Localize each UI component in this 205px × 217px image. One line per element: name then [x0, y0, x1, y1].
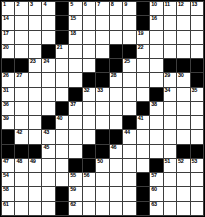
clue-number-14: 14 — [3, 16, 9, 22]
cell-r5c4[interactable]: 24 — [42, 59, 54, 72]
block-cell-r5c2 — [15, 59, 27, 72]
block-cell-r9c4 — [42, 116, 54, 129]
cell-r6c14[interactable]: 30 — [177, 73, 189, 86]
cell-r3c15[interactable] — [191, 31, 203, 44]
cell-r3c2[interactable] — [15, 31, 27, 44]
clue-number-40: 40 — [57, 116, 63, 122]
cell-r9c9[interactable] — [110, 116, 122, 129]
cell-r12c10[interactable] — [123, 159, 135, 172]
cell-r7c7[interactable]: 32 — [83, 88, 95, 101]
block-cell-r5c9 — [110, 59, 122, 72]
cell-r1c10[interactable]: 9 — [123, 2, 135, 15]
cell-r3c12[interactable] — [150, 31, 162, 44]
clue-number-55: 55 — [70, 173, 76, 179]
clue-number-54: 54 — [3, 173, 9, 179]
block-cell-r7c6 — [69, 88, 81, 101]
cell-r15c4[interactable] — [42, 202, 54, 215]
cell-r12c11[interactable] — [137, 159, 149, 172]
clue-number-18: 18 — [70, 31, 76, 37]
clue-number-6: 6 — [84, 2, 87, 8]
cell-r4c14[interactable] — [177, 45, 189, 58]
cell-r10c4[interactable]: 43 — [42, 130, 54, 143]
cell-r8c13[interactable] — [164, 102, 176, 115]
cell-r11c9[interactable]: 46 — [110, 145, 122, 158]
cell-r14c9[interactable] — [110, 187, 122, 200]
cell-r11c12[interactable] — [150, 145, 162, 158]
clue-number-41: 41 — [138, 116, 144, 122]
block-cell-r6c7 — [83, 73, 95, 86]
block-cell-r2c11 — [137, 16, 149, 29]
clue-number-7: 7 — [97, 2, 100, 8]
cell-r8c7[interactable] — [83, 102, 95, 115]
cell-r9c3[interactable] — [29, 116, 41, 129]
cell-r12c8[interactable]: 50 — [96, 159, 108, 172]
cell-r4c12[interactable] — [150, 45, 162, 58]
block-cell-r1c5 — [56, 2, 68, 15]
cell-r10c13[interactable] — [164, 130, 176, 143]
cell-r12c1[interactable]: 47 — [2, 159, 14, 172]
cell-r7c15[interactable]: 35 — [191, 88, 203, 101]
cell-r12c2[interactable]: 48 — [15, 159, 27, 172]
cell-r5c3[interactable]: 23 — [29, 59, 41, 72]
cell-r14c14[interactable] — [177, 187, 189, 200]
cell-r2c13[interactable] — [164, 16, 176, 29]
clue-number-45: 45 — [43, 145, 49, 151]
block-cell-r12c7 — [83, 159, 95, 172]
cell-r14c15[interactable] — [191, 187, 203, 200]
cell-r10c12[interactable] — [150, 130, 162, 143]
cell-r10c15[interactable] — [191, 130, 203, 143]
clue-number-31: 31 — [3, 88, 9, 94]
clue-number-35: 35 — [192, 88, 198, 94]
cell-r9c14[interactable] — [177, 116, 189, 129]
cell-r1c2[interactable]: 2 — [15, 2, 27, 15]
block-cell-r5c15 — [191, 59, 203, 72]
cell-r4c5[interactable]: 21 — [56, 45, 68, 58]
cell-r9c5[interactable]: 40 — [56, 116, 68, 129]
block-cell-r9c10 — [123, 116, 135, 129]
cell-r13c5[interactable] — [56, 173, 68, 186]
cell-r1c13[interactable]: 11 — [164, 2, 176, 15]
block-cell-r11c7 — [83, 145, 95, 158]
cell-r8c6[interactable]: 37 — [69, 102, 81, 115]
cell-r2c8[interactable] — [96, 16, 108, 29]
clue-number-33: 33 — [97, 88, 103, 94]
clue-number-50: 50 — [97, 159, 103, 165]
cell-r13c12[interactable]: 57 — [150, 173, 162, 186]
cell-r12c5[interactable] — [56, 159, 68, 172]
clue-number-43: 43 — [43, 130, 49, 136]
clue-number-22: 22 — [138, 45, 144, 51]
block-cell-r15c5 — [56, 202, 68, 215]
cell-r5c5[interactable] — [56, 59, 68, 72]
cell-r13c13[interactable] — [164, 173, 176, 186]
cell-r4c11[interactable]: 22 — [137, 45, 149, 58]
clue-number-8: 8 — [111, 2, 114, 8]
cell-r8c2[interactable] — [15, 102, 27, 115]
block-cell-r11c2 — [15, 145, 27, 158]
cell-r5c10[interactable]: 25 — [123, 59, 135, 72]
cell-r13c3[interactable] — [29, 173, 41, 186]
cell-r13c8[interactable] — [96, 173, 108, 186]
clue-number-44: 44 — [124, 130, 130, 136]
clue-number-32: 32 — [84, 88, 90, 94]
cell-r11c13[interactable] — [164, 145, 176, 158]
cell-r4c13[interactable] — [164, 45, 176, 58]
clue-number-19: 19 — [138, 31, 144, 37]
clue-number-48: 48 — [16, 159, 22, 165]
cell-r7c10[interactable] — [123, 88, 135, 101]
block-cell-r11c8 — [96, 145, 108, 158]
cell-r13c2[interactable] — [15, 173, 27, 186]
cell-r1c4[interactable]: 4 — [42, 2, 54, 15]
cell-r14c2[interactable] — [15, 187, 27, 200]
cell-r14c6[interactable]: 59 — [69, 187, 81, 200]
clue-number-38: 38 — [151, 102, 157, 108]
cell-r5c6[interactable] — [69, 59, 81, 72]
cell-r1c9[interactable]: 8 — [110, 2, 122, 15]
clue-number-59: 59 — [70, 187, 76, 193]
cell-r6c1[interactable]: 26 — [2, 73, 14, 86]
cell-r13c15[interactable] — [191, 173, 203, 186]
clue-number-51: 51 — [165, 159, 171, 165]
clue-number-47: 47 — [3, 159, 9, 165]
cell-r4c6[interactable] — [69, 45, 81, 58]
cell-r7c1[interactable]: 31 — [2, 88, 14, 101]
cell-r15c12[interactable]: 63 — [150, 202, 162, 215]
clue-number-13: 13 — [192, 2, 198, 8]
clue-number-56: 56 — [84, 173, 90, 179]
clue-number-52: 52 — [178, 159, 184, 165]
cell-r3c10[interactable] — [123, 31, 135, 44]
cell-r15c9[interactable] — [110, 202, 122, 215]
cell-r15c8[interactable] — [96, 202, 108, 215]
cell-r4c3[interactable] — [29, 45, 41, 58]
cell-r12c14[interactable]: 52 — [177, 159, 189, 172]
cell-r3c8[interactable] — [96, 31, 108, 44]
block-cell-r4c4 — [42, 45, 54, 58]
block-cell-r4c9 — [110, 45, 122, 58]
cell-r10c14[interactable] — [177, 130, 189, 143]
cell-r7c11[interactable] — [137, 88, 149, 101]
block-cell-r12c12 — [150, 159, 162, 172]
cell-r4c15[interactable] — [191, 45, 203, 58]
cell-r1c7[interactable]: 6 — [83, 2, 95, 15]
block-cell-r14c11 — [137, 187, 149, 200]
block-cell-r8c11 — [137, 102, 149, 115]
clue-number-16: 16 — [151, 16, 157, 22]
clue-number-20: 20 — [3, 45, 9, 51]
cell-r8c3[interactable] — [29, 102, 41, 115]
cell-r5c7[interactable] — [83, 59, 95, 72]
clue-number-42: 42 — [16, 130, 22, 136]
clue-number-25: 25 — [124, 59, 130, 65]
clue-number-36: 36 — [3, 102, 9, 108]
cell-r13c1[interactable]: 54 — [2, 173, 14, 186]
cell-r6c13[interactable]: 29 — [164, 73, 176, 86]
clue-number-49: 49 — [30, 159, 36, 165]
clue-number-26: 26 — [3, 73, 9, 79]
clue-number-15: 15 — [70, 16, 76, 22]
clue-number-58: 58 — [3, 187, 9, 193]
cell-r10c3[interactable] — [29, 130, 41, 143]
clue-number-46: 46 — [111, 145, 117, 151]
cell-r1c14[interactable]: 12 — [177, 2, 189, 15]
clue-number-5: 5 — [70, 2, 73, 8]
block-cell-r8c5 — [56, 102, 68, 115]
cell-r1c8[interactable]: 7 — [96, 2, 108, 15]
cell-r7c3[interactable] — [29, 88, 41, 101]
clue-number-61: 61 — [3, 202, 9, 208]
cell-r12c15[interactable]: 53 — [191, 159, 203, 172]
cell-r8c9[interactable] — [110, 102, 122, 115]
clue-number-11: 11 — [165, 2, 170, 8]
cell-r9c2[interactable] — [15, 116, 27, 129]
cell-r5c12[interactable] — [150, 59, 162, 72]
cell-r4c1[interactable]: 20 — [2, 45, 14, 58]
cell-r8c15[interactable] — [191, 102, 203, 115]
cell-r3c14[interactable] — [177, 31, 189, 44]
block-cell-r7c12 — [150, 88, 162, 101]
crossword-board: 1234567891011121314151617181920212223242… — [0, 0, 205, 217]
cell-r4c8[interactable] — [96, 45, 108, 58]
cell-r9c1[interactable]: 39 — [2, 116, 14, 129]
clue-number-10: 10 — [151, 2, 157, 8]
cell-r11c6[interactable] — [69, 145, 81, 158]
cell-r13c7[interactable]: 56 — [83, 173, 95, 186]
cell-r3c3[interactable] — [29, 31, 41, 44]
clue-number-34: 34 — [165, 88, 171, 94]
block-cell-r11c3 — [29, 145, 41, 158]
cell-r9c15[interactable] — [191, 116, 203, 129]
cell-r8c1[interactable]: 36 — [2, 102, 14, 115]
cell-r15c10[interactable] — [123, 202, 135, 215]
clue-number-28: 28 — [111, 73, 117, 79]
clue-number-62: 62 — [70, 202, 76, 208]
cell-r14c4[interactable] — [42, 187, 54, 200]
cell-r10c5[interactable] — [56, 130, 68, 143]
cell-r12c9[interactable] — [110, 159, 122, 172]
block-cell-r10c9 — [110, 130, 122, 143]
cell-r2c3[interactable] — [29, 16, 41, 29]
cell-r9c12[interactable] — [150, 116, 162, 129]
clue-number-4: 4 — [43, 2, 46, 8]
block-cell-r3c5 — [56, 31, 68, 44]
cell-r7c9[interactable] — [110, 88, 122, 101]
cell-r6c9[interactable]: 28 — [110, 73, 122, 86]
clue-number-57: 57 — [151, 173, 157, 179]
cell-r1c6[interactable]: 5 — [69, 2, 81, 15]
cell-r1c3[interactable]: 3 — [29, 2, 41, 15]
cell-r8c14[interactable] — [177, 102, 189, 115]
cell-r6c2[interactable]: 27 — [15, 73, 27, 86]
cell-r3c11[interactable]: 19 — [137, 31, 149, 44]
cell-r14c12[interactable]: 60 — [150, 187, 162, 200]
cell-r10c6[interactable] — [69, 130, 81, 143]
cell-r7c2[interactable] — [15, 88, 27, 101]
cell-r7c14[interactable] — [177, 88, 189, 101]
block-cell-r5c8 — [96, 59, 108, 72]
clue-number-3: 3 — [30, 2, 33, 8]
cell-r6c11[interactable] — [137, 73, 149, 86]
block-cell-r10c8 — [96, 130, 108, 143]
clue-number-23: 23 — [30, 59, 36, 65]
block-cell-r12c6 — [69, 159, 81, 172]
clue-number-21: 21 — [57, 45, 63, 51]
cell-r8c4[interactable] — [42, 102, 54, 115]
block-cell-r13c11 — [137, 173, 149, 186]
cell-r11c11[interactable] — [137, 145, 149, 158]
cell-r5c11[interactable] — [137, 59, 149, 72]
cell-r4c7[interactable] — [83, 45, 95, 58]
cell-r9c13[interactable] — [164, 116, 176, 129]
cell-r15c15[interactable] — [191, 202, 203, 215]
clue-number-12: 12 — [178, 2, 184, 8]
block-cell-r5c1 — [2, 59, 14, 72]
cell-r14c1[interactable]: 58 — [2, 187, 14, 200]
cell-r15c2[interactable] — [15, 202, 27, 215]
cell-r3c4[interactable] — [42, 31, 54, 44]
cell-r3c1[interactable]: 17 — [2, 31, 14, 44]
cell-r11c5[interactable] — [56, 145, 68, 158]
cell-r6c6[interactable] — [69, 73, 81, 86]
cell-r14c3[interactable] — [29, 187, 41, 200]
block-cell-r5c13 — [164, 59, 176, 72]
cell-r9c6[interactable] — [69, 116, 81, 129]
cell-r10c7[interactable] — [83, 130, 95, 143]
block-cell-r10c1 — [2, 130, 14, 143]
cell-r15c3[interactable] — [29, 202, 41, 215]
cell-r15c13[interactable] — [164, 202, 176, 215]
cell-r7c4[interactable] — [42, 88, 54, 101]
clue-number-30: 30 — [178, 73, 184, 79]
cell-r2c14[interactable] — [177, 16, 189, 29]
cell-r13c14[interactable] — [177, 173, 189, 186]
block-cell-r5c14 — [177, 59, 189, 72]
block-cell-r1c11 — [137, 2, 149, 15]
cell-r7c13[interactable]: 34 — [164, 88, 176, 101]
cell-r2c6[interactable]: 15 — [69, 16, 81, 29]
cell-r3c6[interactable]: 18 — [69, 31, 81, 44]
cell-r2c15[interactable] — [191, 16, 203, 29]
cell-r14c7[interactable] — [83, 187, 95, 200]
clue-number-1: 1 — [3, 2, 6, 8]
cell-r6c10[interactable] — [123, 73, 135, 86]
cell-r6c3[interactable] — [29, 73, 41, 86]
cell-r6c4[interactable] — [42, 73, 54, 86]
clue-number-29: 29 — [165, 73, 171, 79]
cell-r3c9[interactable] — [110, 31, 122, 44]
cell-r15c7[interactable] — [83, 202, 95, 215]
cell-r1c15[interactable]: 13 — [191, 2, 203, 15]
cell-r9c7[interactable] — [83, 116, 95, 129]
cell-r15c14[interactable] — [177, 202, 189, 215]
cell-r10c11[interactable] — [137, 130, 149, 143]
cell-r3c7[interactable] — [83, 31, 95, 44]
cell-r12c13[interactable]: 51 — [164, 159, 176, 172]
cell-r15c1[interactable]: 61 — [2, 202, 14, 215]
cell-r2c4[interactable] — [42, 16, 54, 29]
block-cell-r2c5 — [56, 16, 68, 29]
clue-number-2: 2 — [16, 2, 19, 8]
clue-number-37: 37 — [70, 102, 76, 108]
cell-r2c12[interactable]: 16 — [150, 16, 162, 29]
clue-number-17: 17 — [3, 31, 9, 37]
cell-r4c2[interactable] — [15, 45, 27, 58]
cell-r13c9[interactable] — [110, 173, 122, 186]
cell-r6c12[interactable] — [150, 73, 162, 86]
cell-r10c10[interactable]: 44 — [123, 130, 135, 143]
cell-r13c6[interactable]: 55 — [69, 173, 81, 186]
cell-r9c8[interactable] — [96, 116, 108, 129]
block-cell-r11c1 — [2, 145, 14, 158]
cell-r7c8[interactable]: 33 — [96, 88, 108, 101]
cell-r14c13[interactable] — [164, 187, 176, 200]
cell-r7c5[interactable] — [56, 88, 68, 101]
clue-number-27: 27 — [16, 73, 22, 79]
cell-r3c13[interactable] — [164, 31, 176, 44]
block-cell-r11c14 — [177, 145, 189, 158]
crossword-grid: 1234567891011121314151617181920212223242… — [0, 0, 205, 217]
cell-r10c2[interactable]: 42 — [15, 130, 27, 143]
clue-number-24: 24 — [43, 59, 49, 65]
cell-r2c7[interactable] — [83, 16, 95, 29]
cell-r12c4[interactable] — [42, 159, 54, 172]
clue-number-63: 63 — [151, 202, 157, 208]
block-cell-r6c8 — [96, 73, 108, 86]
cell-r1c1[interactable]: 1 — [2, 2, 14, 15]
cell-r8c10[interactable] — [123, 102, 135, 115]
clue-number-53: 53 — [192, 159, 198, 165]
cell-r8c12[interactable]: 38 — [150, 102, 162, 115]
cell-r2c10[interactable] — [123, 16, 135, 29]
cell-r6c5[interactable] — [56, 73, 68, 86]
cell-r8c8[interactable] — [96, 102, 108, 115]
cell-r2c1[interactable]: 14 — [2, 16, 14, 29]
block-cell-r14c5 — [56, 187, 68, 200]
cell-r15c6[interactable]: 62 — [69, 202, 81, 215]
clue-number-39: 39 — [3, 116, 9, 122]
cell-r14c8[interactable] — [96, 187, 108, 200]
block-cell-r11c15 — [191, 145, 203, 158]
cell-r1c12[interactable]: 10 — [150, 2, 162, 15]
block-cell-r15c11 — [137, 202, 149, 215]
cell-r14c10[interactable] — [123, 187, 135, 200]
block-cell-r4c10 — [123, 45, 135, 58]
cell-r2c2[interactable] — [15, 16, 27, 29]
cell-r13c10[interactable] — [123, 173, 135, 186]
cell-r13c4[interactable] — [42, 173, 54, 186]
cell-r2c9[interactable] — [110, 16, 122, 29]
block-cell-r6c15 — [191, 73, 203, 86]
clue-number-9: 9 — [124, 2, 127, 8]
cell-r11c4[interactable]: 45 — [42, 145, 54, 158]
cell-r9c11[interactable]: 41 — [137, 116, 149, 129]
cell-r11c10[interactable] — [123, 145, 135, 158]
cell-r12c3[interactable]: 49 — [29, 159, 41, 172]
clue-number-60: 60 — [151, 187, 157, 193]
